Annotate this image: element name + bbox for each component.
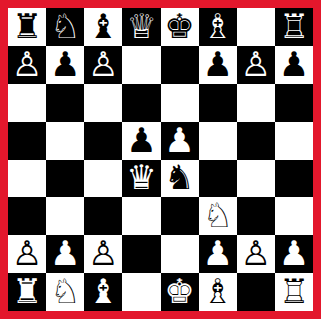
square-f7[interactable]: ♟ bbox=[199, 46, 237, 84]
black-bishop: ♗ bbox=[202, 9, 232, 43]
black-pawn: ♟ bbox=[126, 123, 156, 157]
white-rook: ♖ bbox=[279, 274, 309, 308]
square-d1[interactable] bbox=[122, 273, 160, 311]
black-pawn: ♟ bbox=[279, 47, 309, 81]
black-knight: ♘ bbox=[50, 9, 80, 43]
chess-board: ♜♘♝♕♚♗♖♙♟♙♟♙♟♟♟♛♞♘♙♟♙♟♙♟♜♘♝♚♗♖ bbox=[0, 0, 321, 319]
square-g4[interactable] bbox=[237, 160, 275, 198]
square-c5[interactable] bbox=[84, 122, 122, 160]
square-g3[interactable] bbox=[237, 197, 275, 235]
white-knight: ♘ bbox=[50, 274, 80, 308]
black-queen: ♕ bbox=[126, 9, 156, 43]
black-pawn: ♟ bbox=[50, 47, 80, 81]
square-c1[interactable]: ♝ bbox=[84, 273, 122, 311]
square-d2[interactable] bbox=[122, 235, 160, 273]
square-c7[interactable]: ♙ bbox=[84, 46, 122, 84]
square-a2[interactable]: ♙ bbox=[8, 235, 46, 273]
square-g5[interactable] bbox=[237, 122, 275, 160]
square-c4[interactable] bbox=[84, 160, 122, 198]
square-g7[interactable]: ♙ bbox=[237, 46, 275, 84]
square-d7[interactable] bbox=[122, 46, 160, 84]
square-h8[interactable]: ♖ bbox=[275, 8, 313, 46]
square-b3[interactable] bbox=[46, 197, 84, 235]
white-pawn: ♟ bbox=[164, 123, 194, 157]
square-e2[interactable] bbox=[161, 235, 199, 273]
square-a1[interactable]: ♜ bbox=[8, 273, 46, 311]
square-h2[interactable]: ♟ bbox=[275, 235, 313, 273]
square-h7[interactable]: ♟ bbox=[275, 46, 313, 84]
black-rook: ♜ bbox=[12, 9, 42, 43]
square-a3[interactable] bbox=[8, 197, 46, 235]
square-h5[interactable] bbox=[275, 122, 313, 160]
square-a6[interactable] bbox=[8, 84, 46, 122]
square-b7[interactable]: ♟ bbox=[46, 46, 84, 84]
square-f6[interactable] bbox=[199, 84, 237, 122]
square-e1[interactable]: ♚ bbox=[161, 273, 199, 311]
black-pawn: ♙ bbox=[12, 47, 42, 81]
square-f4[interactable] bbox=[199, 160, 237, 198]
black-bishop: ♝ bbox=[88, 9, 118, 43]
square-d5[interactable]: ♟ bbox=[122, 122, 160, 160]
square-f8[interactable]: ♗ bbox=[199, 8, 237, 46]
square-h3[interactable] bbox=[275, 197, 313, 235]
black-pawn: ♙ bbox=[241, 47, 271, 81]
square-c2[interactable]: ♙ bbox=[84, 235, 122, 273]
square-d4[interactable]: ♛ bbox=[122, 160, 160, 198]
black-knight: ♞ bbox=[164, 160, 194, 194]
square-b6[interactable] bbox=[46, 84, 84, 122]
square-f5[interactable] bbox=[199, 122, 237, 160]
square-b1[interactable]: ♘ bbox=[46, 273, 84, 311]
square-a7[interactable]: ♙ bbox=[8, 46, 46, 84]
square-d3[interactable] bbox=[122, 197, 160, 235]
square-b8[interactable]: ♘ bbox=[46, 8, 84, 46]
square-a5[interactable] bbox=[8, 122, 46, 160]
square-g2[interactable]: ♙ bbox=[237, 235, 275, 273]
square-f3[interactable]: ♘ bbox=[199, 197, 237, 235]
white-bishop: ♗ bbox=[202, 274, 232, 308]
square-b4[interactable] bbox=[46, 160, 84, 198]
square-b2[interactable]: ♟ bbox=[46, 235, 84, 273]
white-pawn: ♙ bbox=[12, 236, 42, 270]
square-c6[interactable] bbox=[84, 84, 122, 122]
black-rook: ♖ bbox=[279, 9, 309, 43]
white-pawn: ♟ bbox=[279, 236, 309, 270]
square-g8[interactable] bbox=[237, 8, 275, 46]
square-e3[interactable] bbox=[161, 197, 199, 235]
square-e6[interactable] bbox=[161, 84, 199, 122]
white-knight: ♘ bbox=[202, 198, 232, 232]
white-king: ♚ bbox=[164, 274, 194, 308]
white-rook: ♜ bbox=[12, 274, 42, 308]
square-e5[interactable]: ♟ bbox=[161, 122, 199, 160]
square-g1[interactable] bbox=[237, 273, 275, 311]
square-f2[interactable]: ♟ bbox=[199, 235, 237, 273]
square-c8[interactable]: ♝ bbox=[84, 8, 122, 46]
square-a4[interactable] bbox=[8, 160, 46, 198]
square-d6[interactable] bbox=[122, 84, 160, 122]
square-e7[interactable] bbox=[161, 46, 199, 84]
square-b5[interactable] bbox=[46, 122, 84, 160]
white-pawn: ♙ bbox=[88, 236, 118, 270]
black-king: ♚ bbox=[164, 9, 194, 43]
black-pawn: ♙ bbox=[88, 47, 118, 81]
white-pawn: ♟ bbox=[202, 236, 232, 270]
square-e4[interactable]: ♞ bbox=[161, 160, 199, 198]
white-pawn: ♟ bbox=[50, 236, 80, 270]
white-pawn: ♙ bbox=[241, 236, 271, 270]
square-d8[interactable]: ♕ bbox=[122, 8, 160, 46]
white-bishop: ♝ bbox=[88, 274, 118, 308]
black-pawn: ♟ bbox=[202, 47, 232, 81]
square-h4[interactable] bbox=[275, 160, 313, 198]
square-g6[interactable] bbox=[237, 84, 275, 122]
square-f1[interactable]: ♗ bbox=[199, 273, 237, 311]
white-queen: ♛ bbox=[126, 160, 156, 194]
square-e8[interactable]: ♚ bbox=[161, 8, 199, 46]
square-c3[interactable] bbox=[84, 197, 122, 235]
square-h6[interactable] bbox=[275, 84, 313, 122]
square-h1[interactable]: ♖ bbox=[275, 273, 313, 311]
square-a8[interactable]: ♜ bbox=[8, 8, 46, 46]
